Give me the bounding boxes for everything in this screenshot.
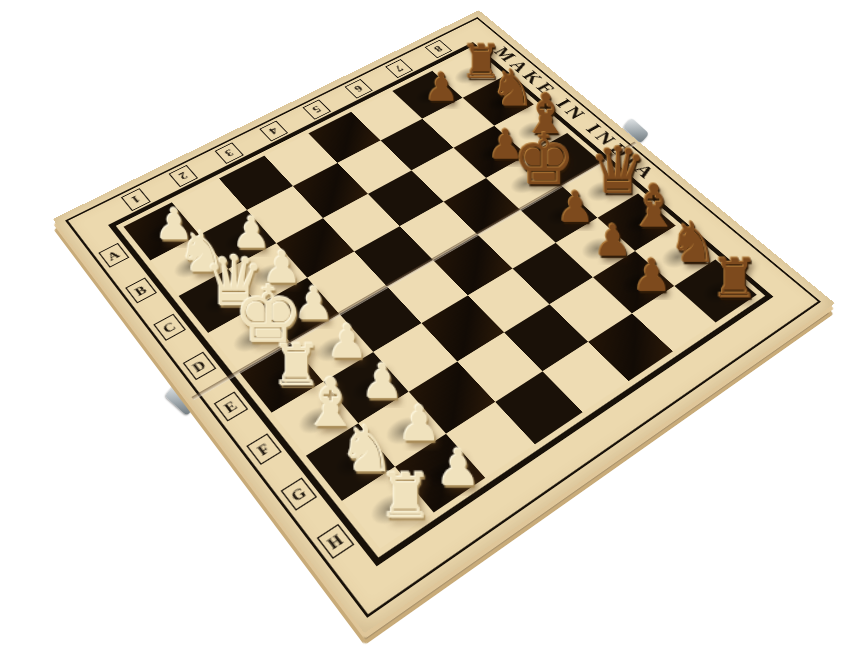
file-label-c: C [153, 314, 186, 341]
rank-label-3: 3 [214, 142, 243, 164]
file-label-b: B [125, 278, 157, 304]
file-label-e: E [213, 392, 247, 422]
black-pawn-a7[interactable]: ♟ [416, 68, 467, 107]
product-photo-stage: 12345678 ABCDEFGH MAKE IN INDIA ♟♟♜♞♟♞♛♟… [0, 0, 850, 672]
chess-board: 12345678 ABCDEFGH MAKE IN INDIA ♟♟♜♞♟♞♛♟… [53, 10, 835, 633]
board-face: 12345678 ABCDEFGH MAKE IN INDIA ♟♟♜♞♟♞♛♟… [53, 10, 835, 633]
rank-label-2: 2 [168, 165, 198, 187]
rank-label-6: 6 [344, 79, 372, 99]
rank-label-5: 5 [302, 99, 331, 119]
file-label-f: F [246, 434, 281, 466]
rank-label-8: 8 [424, 40, 452, 58]
file-label-g: G [280, 478, 317, 511]
file-label-a: A [98, 243, 129, 268]
file-label-h: H [316, 524, 354, 559]
black-pawn-g7[interactable]: ♟ [623, 253, 681, 298]
black-rook-h8[interactable]: ♜ [706, 252, 764, 307]
rank-label-4: 4 [259, 120, 288, 141]
file-label-d: D [182, 352, 216, 381]
rank-label-7: 7 [385, 59, 413, 78]
white-rook-h1[interactable]: ♜ [372, 466, 439, 528]
playing-grid: ♟♟♜♞♟♞♛♟♟♝♚♟♚♜♟♟♛♝♟♟♝♞♟♟♞♜♟♜ [123, 51, 756, 549]
